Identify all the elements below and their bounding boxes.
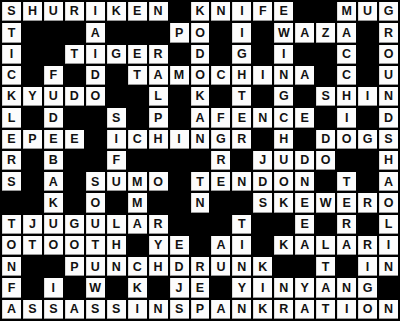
black-cell-r10c6 <box>107 193 126 212</box>
letter-cell-r10c3[interactable]: K <box>44 193 63 212</box>
letter-cell-r6c12[interactable]: E <box>232 108 251 127</box>
black-cell-r14c8 <box>149 278 168 297</box>
letter-cell-r1c3[interactable]: U <box>44 2 63 21</box>
black-cell-r10c9 <box>170 193 189 212</box>
letter-cell-r9c13[interactable]: D <box>253 172 272 191</box>
letter-cell-r12c14[interactable]: K <box>274 236 293 255</box>
black-cell-r10c4 <box>65 193 84 212</box>
letter-cell-r7c14[interactable]: H <box>274 130 293 149</box>
letter-cell-r8c19[interactable]: H <box>379 151 398 170</box>
letter-cell-r9c5[interactable]: S <box>86 172 105 191</box>
letter-cell-r7c12[interactable]: R <box>232 130 251 149</box>
black-cell-r10c11 <box>211 193 230 212</box>
letter-cell-r12c6[interactable]: H <box>107 236 126 255</box>
letter-cell-r13c18[interactable]: I <box>358 257 377 276</box>
letter-cell-r13c1[interactable]: N <box>2 257 21 276</box>
letter-cell-r14c1[interactable]: F <box>2 278 21 297</box>
letter-cell-r5c3[interactable]: U <box>44 87 63 106</box>
letter-cell-r6c13[interactable]: N <box>253 108 272 127</box>
black-cell-r13c15 <box>295 257 314 276</box>
black-cell-r1c15 <box>295 2 314 21</box>
black-cell-r8c4 <box>65 151 84 170</box>
black-cell-r2c2 <box>23 23 42 42</box>
letter-cell-r7c2[interactable]: P <box>23 130 42 149</box>
letter-cell-r13c19[interactable]: N <box>379 257 398 276</box>
letter-cell-r8c3[interactable]: B <box>44 151 63 170</box>
black-cell-r10c8 <box>149 193 168 212</box>
letter-cell-r7c18[interactable]: G <box>358 130 377 149</box>
black-cell-r5c7 <box>128 87 147 106</box>
letter-cell-r14c5[interactable]: W <box>86 278 105 297</box>
letter-cell-r4c1[interactable]: C <box>2 66 21 85</box>
letter-cell-r11c6[interactable]: L <box>107 215 126 234</box>
letter-cell-r15c4[interactable]: A <box>65 300 84 319</box>
letter-cell-r14c17[interactable]: N <box>337 278 356 297</box>
black-cell-r2c6 <box>107 23 126 42</box>
letter-cell-r3c4[interactable]: T <box>65 45 84 64</box>
letter-cell-r9c12[interactable]: N <box>232 172 251 191</box>
letter-cell-r6c19[interactable]: D <box>379 108 398 127</box>
black-cell-r3c2 <box>23 45 42 64</box>
letter-cell-r15c6[interactable]: S <box>107 300 126 319</box>
letter-cell-r1c14[interactable]: E <box>274 2 293 21</box>
crossword-screenshot: SHURIKENKNIFEMUGTAPOIWAZARITIGERDGICOCFD… <box>0 0 400 321</box>
black-cell-r11c11 <box>211 215 230 234</box>
letter-cell-r13c13[interactable]: K <box>253 257 272 276</box>
black-cell-r9c9 <box>170 172 189 191</box>
letter-cell-r1c8[interactable]: N <box>149 2 168 21</box>
letter-cell-r5c10[interactable]: K <box>191 87 210 106</box>
letter-cell-r5c19[interactable]: N <box>379 87 398 106</box>
letter-cell-r8c11[interactable]: R <box>211 151 230 170</box>
crossword-grid: SHURIKENKNIFEMUGTAPOIWAZARITIGERDGICOCFD… <box>0 0 400 321</box>
black-cell-r7c5 <box>86 130 105 149</box>
black-cell-r5c11 <box>211 87 230 106</box>
letter-cell-r14c10[interactable]: E <box>191 278 210 297</box>
letter-cell-r11c3[interactable]: U <box>44 215 63 234</box>
letter-cell-r6c1[interactable]: L <box>2 108 21 127</box>
letter-cell-r7c9[interactable]: I <box>170 130 189 149</box>
letter-cell-r10c15[interactable]: E <box>295 193 314 212</box>
letter-cell-r15c7[interactable]: I <box>128 300 147 319</box>
black-cell-r3c3 <box>44 45 63 64</box>
black-cell-r8c17 <box>337 151 356 170</box>
letter-cell-r1c13[interactable]: F <box>253 2 272 21</box>
letter-cell-r14c14[interactable]: N <box>274 278 293 297</box>
letter-cell-r3c8[interactable]: R <box>149 45 168 64</box>
black-cell-r2c11 <box>211 23 230 42</box>
letter-cell-r10c17[interactable]: E <box>337 193 356 212</box>
black-cell-r2c4 <box>65 23 84 42</box>
black-cell-r1c9 <box>170 2 189 21</box>
letter-cell-r11c7[interactable]: A <box>128 215 147 234</box>
black-cell-r6c2 <box>23 108 42 127</box>
letter-cell-r14c18[interactable]: G <box>358 278 377 297</box>
letter-cell-r12c3[interactable]: O <box>44 236 63 255</box>
black-cell-r14c4 <box>65 278 84 297</box>
letter-cell-r5c12[interactable]: T <box>232 87 251 106</box>
letter-cell-r12c17[interactable]: A <box>337 236 356 255</box>
letter-cell-r4c10[interactable]: O <box>191 66 210 85</box>
letter-cell-r6c14[interactable]: C <box>274 108 293 127</box>
letter-cell-r12c12[interactable]: I <box>232 236 251 255</box>
letter-cell-r12c4[interactable]: O <box>65 236 84 255</box>
letter-cell-r7c6[interactable]: I <box>107 130 126 149</box>
black-cell-r11c10 <box>191 215 210 234</box>
black-cell-r13c2 <box>23 257 42 276</box>
black-cell-r13c17 <box>337 257 356 276</box>
letter-cell-r9c19[interactable]: A <box>379 172 398 191</box>
letter-cell-r7c1[interactable]: E <box>2 130 21 149</box>
black-cell-r9c2 <box>23 172 42 191</box>
letter-cell-r5c16[interactable]: S <box>316 87 335 106</box>
letter-cell-r8c15[interactable]: D <box>295 151 314 170</box>
black-cell-r8c2 <box>23 151 42 170</box>
letter-cell-r4c8[interactable]: A <box>149 66 168 85</box>
letter-cell-r10c13[interactable]: S <box>253 193 272 212</box>
letter-cell-r5c2[interactable]: Y <box>23 87 42 106</box>
letter-cell-r9c8[interactable]: O <box>149 172 168 191</box>
black-cell-r3c15 <box>295 45 314 64</box>
black-cell-r13c14 <box>274 257 293 276</box>
black-cell-r3c11 <box>211 45 230 64</box>
letter-cell-r15c10[interactable]: P <box>191 300 210 319</box>
black-cell-r9c16 <box>316 172 335 191</box>
letter-cell-r7c7[interactable]: C <box>128 130 147 149</box>
black-cell-r2c7 <box>128 23 147 42</box>
black-cell-r14c11 <box>211 278 230 297</box>
letter-cell-r2c16[interactable]: Z <box>316 23 335 42</box>
letter-cell-r11c15[interactable]: E <box>295 215 314 234</box>
letter-cell-r2c19[interactable]: R <box>379 23 398 42</box>
letter-cell-r13c6[interactable]: N <box>107 257 126 276</box>
letter-cell-r14c13[interactable]: I <box>253 278 272 297</box>
black-cell-r6c18 <box>358 108 377 127</box>
letter-cell-r15c15[interactable]: A <box>295 300 314 319</box>
black-cell-r5c15 <box>295 87 314 106</box>
black-cell-r2c18 <box>358 23 377 42</box>
letter-cell-r12c8[interactable]: Y <box>149 236 168 255</box>
letter-cell-r6c15[interactable]: E <box>295 108 314 127</box>
black-cell-r6c7 <box>128 108 147 127</box>
letter-cell-r12c11[interactable]: A <box>211 236 230 255</box>
black-cell-r12c10 <box>191 236 210 255</box>
black-cell-r5c13 <box>253 87 272 106</box>
letter-cell-r13c5[interactable]: U <box>86 257 105 276</box>
letter-cell-r10c18[interactable]: R <box>358 193 377 212</box>
letter-cell-r10c14[interactable]: K <box>274 193 293 212</box>
letter-cell-r4c9[interactable]: M <box>170 66 189 85</box>
black-cell-r2c13 <box>253 23 272 42</box>
letter-cell-r15c11[interactable]: A <box>211 300 230 319</box>
black-cell-r7c15 <box>295 130 314 149</box>
black-cell-r14c2 <box>23 278 42 297</box>
letter-cell-r15c14[interactable]: R <box>274 300 293 319</box>
letter-cell-r2c5[interactable]: A <box>86 23 105 42</box>
black-cell-r4c4 <box>65 66 84 85</box>
letter-cell-r3c14[interactable]: I <box>274 45 293 64</box>
letter-cell-r1c11[interactable]: N <box>211 2 230 21</box>
letter-cell-r15c5[interactable]: S <box>86 300 105 319</box>
letter-cell-r6c3[interactable]: D <box>44 108 63 127</box>
letter-cell-r5c1[interactable]: K <box>2 87 21 106</box>
letter-cell-r9c3[interactable]: A <box>44 172 63 191</box>
letter-cell-r14c16[interactable]: A <box>316 278 335 297</box>
letter-cell-r3c19[interactable]: O <box>379 45 398 64</box>
black-cell-r3c9 <box>170 45 189 64</box>
letter-cell-r12c18[interactable]: R <box>358 236 377 255</box>
black-cell-r11c16 <box>316 215 335 234</box>
letter-cell-r3c6[interactable]: G <box>107 45 126 64</box>
black-cell-r10c1 <box>2 193 21 212</box>
letter-cell-r1c7[interactable]: E <box>128 2 147 21</box>
letter-cell-r4c11[interactable]: C <box>211 66 230 85</box>
letter-cell-r6c17[interactable]: I <box>337 108 356 127</box>
letter-cell-r15c19[interactable]: N <box>379 300 398 319</box>
letter-cell-r2c9[interactable]: P <box>170 23 189 42</box>
black-cell-r1c16 <box>316 2 335 21</box>
letter-cell-r11c1[interactable]: T <box>2 215 21 234</box>
black-cell-r5c9 <box>170 87 189 106</box>
letter-cell-r12c5[interactable]: T <box>86 236 105 255</box>
black-cell-r4c16 <box>316 66 335 85</box>
letter-cell-r11c2[interactable]: J <box>23 215 42 234</box>
black-cell-r14c6 <box>107 278 126 297</box>
letter-cell-r5c4[interactable]: D <box>65 87 84 106</box>
letter-cell-r11c4[interactable]: G <box>65 215 84 234</box>
letter-cell-r1c10[interactable]: K <box>191 2 210 21</box>
black-cell-r12c7 <box>128 236 147 255</box>
letter-cell-r9c7[interactable]: M <box>128 172 147 191</box>
black-cell-r8c18 <box>358 151 377 170</box>
letter-cell-r2c17[interactable]: A <box>337 23 356 42</box>
letter-cell-r1c17[interactable]: M <box>337 2 356 21</box>
letter-cell-r5c17[interactable]: H <box>337 87 356 106</box>
black-cell-r6c5 <box>86 108 105 127</box>
letter-cell-r10c7[interactable]: M <box>128 193 147 212</box>
letter-cell-r6c6[interactable]: S <box>107 108 126 127</box>
letter-cell-r7c16[interactable]: D <box>316 130 335 149</box>
letter-cell-r15c9[interactable]: S <box>170 300 189 319</box>
black-cell-r8c8 <box>149 151 168 170</box>
letter-cell-r4c19[interactable]: U <box>379 66 398 85</box>
letter-cell-r10c19[interactable]: O <box>379 193 398 212</box>
letter-cell-r10c10[interactable]: N <box>191 193 210 212</box>
letter-cell-r1c5[interactable]: I <box>86 2 105 21</box>
black-cell-r2c3 <box>44 23 63 42</box>
letter-cell-r4c7[interactable]: T <box>128 66 147 85</box>
letter-cell-r15c16[interactable]: T <box>316 300 335 319</box>
letter-cell-r1c12[interactable]: I <box>232 2 251 21</box>
letter-cell-r8c1[interactable]: R <box>2 151 21 170</box>
black-cell-r11c9 <box>170 215 189 234</box>
letter-cell-r13c4[interactable]: P <box>65 257 84 276</box>
black-cell-r9c18 <box>358 172 377 191</box>
letter-cell-r15c3[interactable]: S <box>44 300 63 319</box>
letter-cell-r8c6[interactable]: F <box>107 151 126 170</box>
letter-cell-r15c17[interactable]: I <box>337 300 356 319</box>
letter-cell-r4c14[interactable]: N <box>274 66 293 85</box>
letter-cell-r9c15[interactable]: N <box>295 172 314 191</box>
letter-cell-r11c8[interactable]: R <box>149 215 168 234</box>
letter-cell-r4c13[interactable]: I <box>253 66 272 85</box>
letter-cell-r12c16[interactable]: L <box>316 236 335 255</box>
letter-cell-r9c11[interactable]: E <box>211 172 230 191</box>
letter-cell-r14c15[interactable]: Y <box>295 278 314 297</box>
black-cell-r7c13 <box>253 130 272 149</box>
letter-cell-r6c8[interactable]: P <box>149 108 168 127</box>
black-cell-r9c4 <box>65 172 84 191</box>
black-cell-r13c3 <box>44 257 63 276</box>
letter-cell-r5c18[interactable]: I <box>358 87 377 106</box>
letter-cell-r9c14[interactable]: O <box>274 172 293 191</box>
letter-cell-r7c17[interactable]: O <box>337 130 356 149</box>
letter-cell-r1c1[interactable]: S <box>2 2 21 21</box>
letter-cell-r15c8[interactable]: N <box>149 300 168 319</box>
black-cell-r4c18 <box>358 66 377 85</box>
letter-cell-r3c10[interactable]: D <box>191 45 210 64</box>
black-cell-r14c19 <box>379 278 398 297</box>
letter-cell-r7c3[interactable]: E <box>44 130 63 149</box>
letter-cell-r13c10[interactable]: R <box>191 257 210 276</box>
letter-cell-r4c5[interactable]: D <box>86 66 105 85</box>
letter-cell-r10c16[interactable]: W <box>316 193 335 212</box>
letter-cell-r13c12[interactable]: N <box>232 257 251 276</box>
letter-cell-r12c19[interactable]: I <box>379 236 398 255</box>
letter-cell-r2c12[interactable]: I <box>232 23 251 42</box>
letter-cell-r8c13[interactable]: J <box>253 151 272 170</box>
letter-cell-r2c1[interactable]: T <box>2 23 21 42</box>
letter-cell-r15c12[interactable]: N <box>232 300 251 319</box>
letter-cell-r7c10[interactable]: N <box>191 130 210 149</box>
black-cell-r10c12 <box>232 193 251 212</box>
letter-cell-r15c18[interactable]: O <box>358 300 377 319</box>
letter-cell-r13c7[interactable]: C <box>128 257 147 276</box>
letter-cell-r8c16[interactable]: O <box>316 151 335 170</box>
black-cell-r11c18 <box>358 215 377 234</box>
black-cell-r6c4 <box>65 108 84 127</box>
letter-cell-r15c13[interactable]: K <box>253 300 272 319</box>
letter-cell-r12c1[interactable]: O <box>2 236 21 255</box>
letter-cell-r3c17[interactable]: C <box>337 45 356 64</box>
black-cell-r6c16 <box>316 108 335 127</box>
black-cell-r8c7 <box>128 151 147 170</box>
letter-cell-r15c2[interactable]: S <box>23 300 42 319</box>
letter-cell-r14c7[interactable]: K <box>128 278 147 297</box>
letter-cell-r12c9[interactable]: E <box>170 236 189 255</box>
black-cell-r6c9 <box>170 108 189 127</box>
letter-cell-r14c12[interactable]: Y <box>232 278 251 297</box>
letter-cell-r5c14[interactable]: G <box>274 87 293 106</box>
black-cell-r4c2 <box>23 66 42 85</box>
letter-cell-r3c5[interactable]: I <box>86 45 105 64</box>
letter-cell-r11c5[interactable]: U <box>86 215 105 234</box>
letter-cell-r1c4[interactable]: R <box>65 2 84 21</box>
letter-cell-r11c19[interactable]: L <box>379 215 398 234</box>
letter-cell-r6c10[interactable]: A <box>191 108 210 127</box>
letter-cell-r13c11[interactable]: U <box>211 257 230 276</box>
black-cell-r4c6 <box>107 66 126 85</box>
letter-cell-r13c8[interactable]: H <box>149 257 168 276</box>
letter-cell-r1c18[interactable]: U <box>358 2 377 21</box>
letter-cell-r1c6[interactable]: K <box>107 2 126 21</box>
black-cell-r10c2 <box>23 193 42 212</box>
letter-cell-r4c15[interactable]: A <box>295 66 314 85</box>
black-cell-r3c13 <box>253 45 272 64</box>
letter-cell-r9c10[interactable]: T <box>191 172 210 191</box>
black-cell-r8c10 <box>191 151 210 170</box>
letter-cell-r4c12[interactable]: H <box>232 66 251 85</box>
letter-cell-r2c15[interactable]: A <box>295 23 314 42</box>
black-cell-r11c14 <box>274 215 293 234</box>
letter-cell-r12c15[interactable]: A <box>295 236 314 255</box>
black-cell-r3c16 <box>316 45 335 64</box>
letter-cell-r4c17[interactable]: C <box>337 66 356 85</box>
letter-cell-r4c3[interactable]: F <box>44 66 63 85</box>
letter-cell-r2c10[interactable]: O <box>191 23 210 42</box>
black-cell-r2c8 <box>149 23 168 42</box>
letter-cell-r7c19[interactable]: S <box>379 130 398 149</box>
letter-cell-r11c12[interactable]: T <box>232 215 251 234</box>
letter-cell-r1c2[interactable]: H <box>23 2 42 21</box>
letter-cell-r3c7[interactable]: E <box>128 45 147 64</box>
letter-cell-r1c19[interactable]: G <box>379 2 398 21</box>
letter-cell-r14c3[interactable]: I <box>44 278 63 297</box>
letter-cell-r9c17[interactable]: T <box>337 172 356 191</box>
black-cell-r12c13 <box>253 236 272 255</box>
black-cell-r11c13 <box>253 215 272 234</box>
black-cell-r8c5 <box>86 151 105 170</box>
letter-cell-r9c1[interactable]: S <box>2 172 21 191</box>
black-cell-r3c18 <box>358 45 377 64</box>
letter-cell-r15c1[interactable]: A <box>2 300 21 319</box>
letter-cell-r3c1[interactable]: I <box>2 45 21 64</box>
letter-cell-r2c14[interactable]: W <box>274 23 293 42</box>
letter-cell-r5c8[interactable]: L <box>149 87 168 106</box>
letter-cell-r14c9[interactable]: J <box>170 278 189 297</box>
letter-cell-r6c11[interactable]: F <box>211 108 230 127</box>
letter-cell-r7c4[interactable]: E <box>65 130 84 149</box>
black-cell-r8c12 <box>232 151 251 170</box>
letter-cell-r9c6[interactable]: U <box>107 172 126 191</box>
letter-cell-r12c2[interactable]: T <box>23 236 42 255</box>
black-cell-r5c6 <box>107 87 126 106</box>
letter-cell-r11c17[interactable]: R <box>337 215 356 234</box>
letter-cell-r7c8[interactable]: H <box>149 130 168 149</box>
letter-cell-r3c12[interactable]: G <box>232 45 251 64</box>
letter-cell-r7c11[interactable]: G <box>211 130 230 149</box>
black-cell-r8c9 <box>170 151 189 170</box>
letter-cell-r8c14[interactable]: U <box>274 151 293 170</box>
letter-cell-r13c9[interactable]: D <box>170 257 189 276</box>
letter-cell-r13c16[interactable]: T <box>316 257 335 276</box>
letter-cell-r10c5[interactable]: O <box>86 193 105 212</box>
letter-cell-r5c5[interactable]: O <box>86 87 105 106</box>
